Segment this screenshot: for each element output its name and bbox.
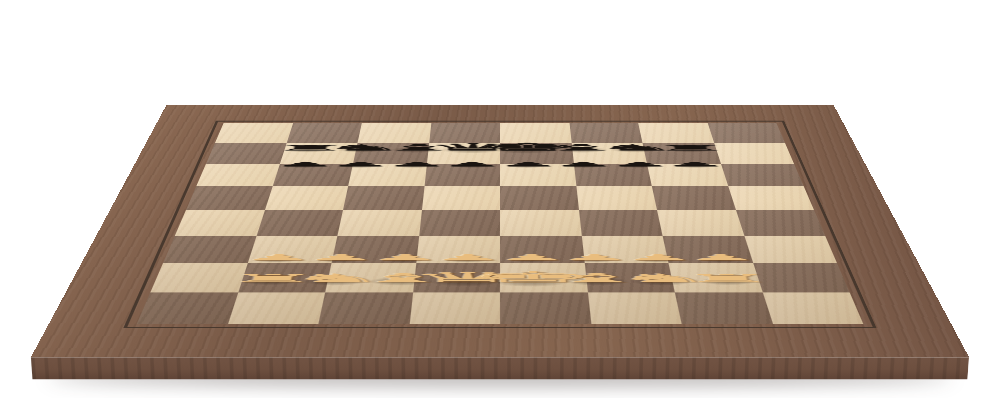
square-a5[interactable] xyxy=(186,186,272,210)
black-pawn-e7[interactable]: ♟ xyxy=(527,166,529,167)
square-h3[interactable] xyxy=(744,235,837,262)
square-b4[interactable] xyxy=(256,210,343,235)
square-h2[interactable] xyxy=(753,263,850,292)
black-king-e8[interactable]: ♚ xyxy=(526,150,528,151)
black-pawn-icon: ♟ xyxy=(662,161,728,167)
square-h6[interactable] xyxy=(721,164,804,186)
square-e3[interactable] xyxy=(500,235,584,262)
square-g4[interactable] xyxy=(657,210,744,235)
square-h4[interactable] xyxy=(736,210,826,235)
black-rook-h8[interactable]: ♜ xyxy=(690,150,692,151)
square-d3[interactable] xyxy=(416,235,500,262)
square-f2[interactable] xyxy=(584,263,675,292)
square-g1[interactable] xyxy=(675,292,773,324)
chess-board: ♜♞♝♛♚♝♞♜♟♟♟♟♟♟♟♟♟♟♟♟♟♟♟♟♜♞♝♛♚♝♞♜ xyxy=(31,105,969,357)
board-front-edge xyxy=(31,357,969,379)
board-play-area: ♜♞♝♛♚♝♞♜♟♟♟♟♟♟♟♟♟♟♟♟♟♟♟♟♜♞♝♛♚♝♞♜ xyxy=(137,123,864,324)
square-a4[interactable] xyxy=(175,210,265,235)
square-c4[interactable] xyxy=(337,210,421,235)
square-e2[interactable] xyxy=(500,263,587,292)
black-pawn-b7[interactable]: ♟ xyxy=(359,166,361,167)
black-pawn-h7[interactable]: ♟ xyxy=(695,166,697,167)
square-f3[interactable] xyxy=(581,235,668,262)
black-knight-b8[interactable]: ♞ xyxy=(363,150,365,151)
square-g2[interactable] xyxy=(668,263,762,292)
square-a1[interactable] xyxy=(137,292,238,324)
square-b8[interactable] xyxy=(286,123,362,143)
square-b2[interactable] xyxy=(238,263,332,292)
square-d4[interactable] xyxy=(419,210,500,235)
black-pawn-icon: ♟ xyxy=(440,161,504,167)
board-scene: ♜♞♝♛♚♝♞♜♟♟♟♟♟♟♟♟♟♟♟♟♟♟♟♟♜♞♝♛♚♝♞♜ xyxy=(0,0,1000,398)
square-h5[interactable] xyxy=(728,186,814,210)
square-c2[interactable] xyxy=(325,263,416,292)
square-a3[interactable] xyxy=(163,235,256,262)
square-f1[interactable] xyxy=(587,292,681,324)
black-pawn-f7[interactable]: ♟ xyxy=(583,166,585,167)
square-a8[interactable] xyxy=(215,123,293,143)
square-e4[interactable] xyxy=(500,210,581,235)
square-h8[interactable] xyxy=(707,123,785,143)
square-c1[interactable] xyxy=(318,292,412,324)
black-knight-g8[interactable]: ♞ xyxy=(635,150,637,151)
square-b3[interactable] xyxy=(247,235,337,262)
black-rook-a8[interactable]: ♜ xyxy=(308,150,310,151)
square-d2[interactable] xyxy=(413,263,500,292)
square-b1[interactable] xyxy=(228,292,326,324)
black-pawn-g7[interactable]: ♟ xyxy=(639,166,641,167)
black-pawn-d7[interactable]: ♟ xyxy=(471,166,473,167)
square-g8[interactable] xyxy=(638,123,714,143)
square-f4[interactable] xyxy=(579,210,663,235)
square-c8[interactable] xyxy=(358,123,431,143)
square-a6[interactable] xyxy=(196,164,279,186)
square-e1[interactable] xyxy=(500,292,591,324)
square-g3[interactable] xyxy=(663,235,753,262)
black-bishop-c8[interactable]: ♝ xyxy=(417,150,419,151)
square-d1[interactable] xyxy=(409,292,500,324)
black-pawn-c7[interactable]: ♟ xyxy=(415,166,417,167)
square-c3[interactable] xyxy=(332,235,419,262)
black-pawn-a7[interactable]: ♟ xyxy=(303,166,305,167)
black-king-icon: ♚ xyxy=(473,141,582,152)
square-a2[interactable] xyxy=(150,263,247,292)
square-h1[interactable] xyxy=(762,292,863,324)
